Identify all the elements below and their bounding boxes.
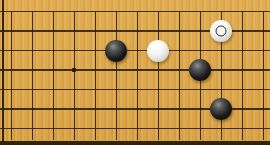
white-stone: [210, 20, 232, 42]
white-stone: [147, 40, 169, 62]
black-stone: [210, 98, 232, 120]
stones-layer: [0, 0, 270, 145]
black-stone: [105, 40, 127, 62]
black-stone: [189, 59, 211, 81]
go-board[interactable]: [0, 0, 270, 145]
last-move-circle-marker: [216, 26, 227, 37]
